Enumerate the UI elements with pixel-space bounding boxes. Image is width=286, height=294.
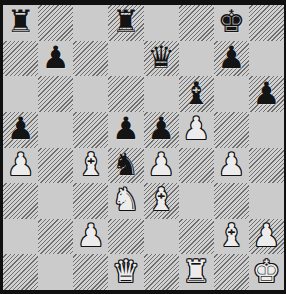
square-f7[interactable] xyxy=(179,41,214,77)
square-f3[interactable] xyxy=(179,183,214,219)
square-f1[interactable]: ♜ xyxy=(179,254,214,290)
black-rook-a8[interactable]: ♜ xyxy=(7,6,35,37)
square-a7[interactable] xyxy=(3,41,38,77)
square-d5[interactable]: ♟ xyxy=(108,112,143,148)
black-pawn-g7[interactable]: ♟ xyxy=(217,42,245,73)
square-h3[interactable] xyxy=(249,183,284,219)
square-b2[interactable] xyxy=(38,219,73,255)
square-a3[interactable] xyxy=(3,183,38,219)
square-f5[interactable]: ♟ xyxy=(179,112,214,148)
square-b5[interactable] xyxy=(38,112,73,148)
white-king-h1[interactable]: ♚ xyxy=(253,256,281,287)
black-pawn-e5[interactable]: ♟ xyxy=(147,113,175,144)
white-queen-d1[interactable]: ♛ xyxy=(112,256,140,287)
square-c6[interactable] xyxy=(73,76,108,112)
square-a5[interactable]: ♟ xyxy=(3,112,38,148)
square-a6[interactable] xyxy=(3,76,38,112)
square-h6[interactable]: ♟ xyxy=(249,76,284,112)
square-g4[interactable]: ♟ xyxy=(214,148,249,184)
square-f2[interactable] xyxy=(179,219,214,255)
square-g1[interactable] xyxy=(214,254,249,290)
black-queen-e7[interactable]: ♛ xyxy=(147,42,175,73)
white-rook-f1[interactable]: ♜ xyxy=(182,256,210,287)
square-e1[interactable] xyxy=(144,254,179,290)
square-a2[interactable] xyxy=(3,219,38,255)
square-e2[interactable] xyxy=(144,219,179,255)
square-d7[interactable] xyxy=(108,41,143,77)
square-c2[interactable]: ♟ xyxy=(73,219,108,255)
square-e4[interactable]: ♟ xyxy=(144,148,179,184)
square-e6[interactable] xyxy=(144,76,179,112)
square-c3[interactable] xyxy=(73,183,108,219)
square-b3[interactable] xyxy=(38,183,73,219)
square-a8[interactable]: ♜ xyxy=(3,5,38,41)
square-c5[interactable] xyxy=(73,112,108,148)
square-h5[interactable] xyxy=(249,112,284,148)
square-c8[interactable] xyxy=(73,5,108,41)
white-pawn-h2[interactable]: ♟ xyxy=(253,220,281,251)
square-c7[interactable] xyxy=(73,41,108,77)
square-b6[interactable] xyxy=(38,76,73,112)
square-g2[interactable]: ♝ xyxy=(214,219,249,255)
square-d8[interactable]: ♜ xyxy=(108,5,143,41)
black-rook-d8[interactable]: ♜ xyxy=(112,6,140,37)
black-pawn-a5[interactable]: ♟ xyxy=(7,113,35,144)
square-b1[interactable] xyxy=(38,254,73,290)
square-f4[interactable] xyxy=(179,148,214,184)
square-e3[interactable]: ♝ xyxy=(144,183,179,219)
square-h8[interactable] xyxy=(249,5,284,41)
square-a1[interactable] xyxy=(3,254,38,290)
square-h4[interactable] xyxy=(249,148,284,184)
square-a4[interactable]: ♟ xyxy=(3,148,38,184)
square-d3[interactable]: ♞ xyxy=(108,183,143,219)
square-e5[interactable]: ♟ xyxy=(144,112,179,148)
square-g6[interactable] xyxy=(214,76,249,112)
square-d4[interactable]: ♞ xyxy=(108,148,143,184)
square-g3[interactable] xyxy=(214,183,249,219)
white-bishop-c4[interactable]: ♝ xyxy=(77,149,105,180)
chess-board: ♜♜♚♟♛♟♝♟♟♟♟♟♟♝♞♟♟♞♝♟♝♟♛♜♚ xyxy=(3,5,284,290)
square-e8[interactable] xyxy=(144,5,179,41)
square-f8[interactable] xyxy=(179,5,214,41)
white-bishop-g2[interactable]: ♝ xyxy=(217,220,245,251)
white-pawn-c2[interactable]: ♟ xyxy=(77,220,105,251)
white-knight-d3[interactable]: ♞ xyxy=(112,184,140,215)
square-c4[interactable]: ♝ xyxy=(73,148,108,184)
square-d1[interactable]: ♛ xyxy=(108,254,143,290)
square-g8[interactable]: ♚ xyxy=(214,5,249,41)
black-king-g8[interactable]: ♚ xyxy=(217,6,245,37)
chess-diagram-frame: ♜♜♚♟♛♟♝♟♟♟♟♟♟♝♞♟♟♞♝♟♝♟♛♜♚ xyxy=(0,0,286,294)
square-g5[interactable] xyxy=(214,112,249,148)
square-b8[interactable] xyxy=(38,5,73,41)
square-d2[interactable] xyxy=(108,219,143,255)
square-h7[interactable] xyxy=(249,41,284,77)
square-d6[interactable] xyxy=(108,76,143,112)
black-knight-d4[interactable]: ♞ xyxy=(112,149,140,180)
square-b7[interactable]: ♟ xyxy=(38,41,73,77)
black-bishop-f6[interactable]: ♝ xyxy=(182,78,210,109)
white-pawn-e4[interactable]: ♟ xyxy=(147,149,175,180)
white-pawn-f5[interactable]: ♟ xyxy=(182,113,210,144)
white-bishop-e3[interactable]: ♝ xyxy=(147,184,175,215)
square-e7[interactable]: ♛ xyxy=(144,41,179,77)
white-pawn-a4[interactable]: ♟ xyxy=(7,149,35,180)
black-pawn-h6[interactable]: ♟ xyxy=(253,78,281,109)
square-f6[interactable]: ♝ xyxy=(179,76,214,112)
white-pawn-g4[interactable]: ♟ xyxy=(217,149,245,180)
square-b4[interactable] xyxy=(38,148,73,184)
square-h2[interactable]: ♟ xyxy=(249,219,284,255)
square-g7[interactable]: ♟ xyxy=(214,41,249,77)
square-c1[interactable] xyxy=(73,254,108,290)
black-pawn-b7[interactable]: ♟ xyxy=(42,42,70,73)
black-pawn-d5[interactable]: ♟ xyxy=(112,113,140,144)
square-h1[interactable]: ♚ xyxy=(249,254,284,290)
